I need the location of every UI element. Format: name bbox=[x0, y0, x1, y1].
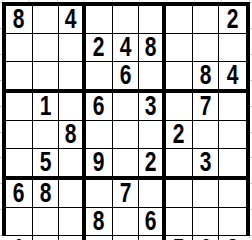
sudoku-cell[interactable] bbox=[33, 62, 60, 93]
sudoku-cell[interactable] bbox=[166, 34, 193, 62]
given-digit: 6 bbox=[120, 62, 132, 89]
given-digit: 4 bbox=[120, 34, 132, 61]
sudoku-cell[interactable] bbox=[59, 93, 86, 121]
sudoku-cell[interactable] bbox=[113, 93, 140, 121]
given-digit: 8 bbox=[13, 6, 25, 33]
given-digit: 3 bbox=[145, 93, 157, 120]
sudoku-cell[interactable] bbox=[33, 236, 60, 240]
sudoku-cell[interactable]: 4 bbox=[113, 34, 140, 62]
given-digit: 1 bbox=[13, 236, 25, 240]
sudoku-cell[interactable]: 4 bbox=[219, 62, 246, 93]
sudoku-cell[interactable] bbox=[6, 34, 33, 62]
sudoku-cell[interactable] bbox=[6, 149, 33, 180]
given-digit: 8 bbox=[40, 180, 52, 207]
given-digit: 5 bbox=[40, 149, 52, 176]
sudoku-cell[interactable] bbox=[59, 236, 86, 240]
sudoku-cell[interactable]: 2 bbox=[219, 6, 246, 34]
given-digit: 2 bbox=[93, 34, 105, 61]
sudoku-cell[interactable] bbox=[139, 6, 166, 34]
sudoku-cell[interactable]: 1 bbox=[6, 236, 33, 240]
given-digit: 8 bbox=[145, 34, 157, 61]
sudoku-cell[interactable] bbox=[139, 180, 166, 208]
sudoku-cell[interactable]: 5 bbox=[33, 149, 60, 180]
sudoku-cell[interactable] bbox=[139, 236, 166, 240]
sudoku-cell[interactable]: 6 bbox=[113, 62, 140, 93]
sudoku-cell[interactable]: 1 bbox=[33, 93, 60, 121]
sudoku-cell[interactable] bbox=[33, 34, 60, 62]
sudoku-cell[interactable] bbox=[33, 121, 60, 149]
sudoku-cell[interactable] bbox=[59, 180, 86, 208]
sudoku-cell[interactable]: 8 bbox=[219, 236, 246, 240]
sudoku-cell[interactable] bbox=[33, 6, 60, 34]
sudoku-cell[interactable] bbox=[33, 208, 60, 236]
sudoku-cell[interactable] bbox=[113, 149, 140, 180]
sudoku-cell[interactable] bbox=[219, 149, 246, 180]
sudoku-cell[interactable] bbox=[219, 180, 246, 208]
given-digit: 2 bbox=[173, 121, 185, 148]
sudoku-cell[interactable] bbox=[193, 180, 220, 208]
sudoku-cell[interactable]: 8 bbox=[59, 121, 86, 149]
sudoku-cell[interactable] bbox=[86, 6, 113, 34]
sudoku-cell[interactable] bbox=[193, 6, 220, 34]
sudoku-cell[interactable] bbox=[6, 208, 33, 236]
given-digit: 7 bbox=[200, 93, 212, 120]
sudoku-cell[interactable] bbox=[113, 6, 140, 34]
sudoku-cell[interactable]: 4 bbox=[59, 6, 86, 34]
sudoku-cell[interactable] bbox=[166, 149, 193, 180]
sudoku-cell[interactable] bbox=[193, 34, 220, 62]
given-digit: 8 bbox=[200, 62, 212, 89]
given-digit: 6 bbox=[13, 180, 25, 207]
sudoku-cell[interactable]: 8 bbox=[6, 6, 33, 34]
sudoku-cell[interactable] bbox=[193, 208, 220, 236]
given-digit: 3 bbox=[200, 149, 212, 176]
sudoku-cell[interactable]: 3 bbox=[139, 93, 166, 121]
sudoku-cell[interactable] bbox=[86, 62, 113, 93]
sheet-gridline-ticks-top bbox=[2, 0, 250, 1]
given-digit: 8 bbox=[93, 208, 105, 235]
given-digit: 5 bbox=[173, 236, 185, 240]
sudoku-cell[interactable]: 3 bbox=[193, 149, 220, 180]
given-digit: 8 bbox=[227, 236, 239, 240]
sudoku-cell[interactable]: 6 bbox=[193, 236, 220, 240]
sudoku-cell[interactable]: 8 bbox=[86, 208, 113, 236]
sudoku-cell[interactable]: 6 bbox=[139, 208, 166, 236]
given-digit: 6 bbox=[145, 208, 157, 235]
given-digit: 1 bbox=[40, 93, 52, 120]
sudoku-board: 8422486841637825923687861568 bbox=[2, 2, 250, 236]
sudoku-cell[interactable] bbox=[219, 208, 246, 236]
sudoku-cell[interactable] bbox=[86, 180, 113, 208]
given-digit: 4 bbox=[65, 6, 77, 33]
sudoku-cell[interactable]: 2 bbox=[86, 34, 113, 62]
sudoku-cell[interactable] bbox=[86, 121, 113, 149]
sudoku-cell[interactable] bbox=[6, 93, 33, 121]
sudoku-cell[interactable] bbox=[193, 121, 220, 149]
sudoku-cell[interactable] bbox=[113, 236, 140, 240]
sudoku-cell[interactable] bbox=[59, 149, 86, 180]
sheet-gridline-ticks-right bbox=[250, 2, 252, 236]
sudoku-cell[interactable] bbox=[59, 62, 86, 93]
sudoku-screenshot: 8422486841637825923687861568 bbox=[0, 0, 252, 240]
given-digit: 6 bbox=[200, 236, 212, 240]
sudoku-cell[interactable] bbox=[139, 62, 166, 93]
given-digit: 4 bbox=[227, 62, 239, 89]
sudoku-cell[interactable] bbox=[166, 180, 193, 208]
given-digit: 2 bbox=[227, 6, 239, 33]
given-digit: 9 bbox=[93, 149, 105, 176]
sudoku-cell[interactable]: 5 bbox=[166, 236, 193, 240]
sudoku-cell[interactable] bbox=[6, 62, 33, 93]
sudoku-cell[interactable] bbox=[59, 34, 86, 62]
given-digit: 7 bbox=[120, 180, 132, 207]
sudoku-cell[interactable] bbox=[166, 93, 193, 121]
sudoku-cell[interactable]: 7 bbox=[193, 93, 220, 121]
sudoku-cell[interactable]: 8 bbox=[33, 180, 60, 208]
given-digit: 6 bbox=[93, 93, 105, 120]
sudoku-cell[interactable] bbox=[219, 121, 246, 149]
sudoku-cell[interactable]: 6 bbox=[6, 180, 33, 208]
sudoku-cell[interactable] bbox=[166, 62, 193, 93]
sudoku-cell[interactable] bbox=[219, 34, 246, 62]
sudoku-cell[interactable]: 8 bbox=[139, 34, 166, 62]
sudoku-cell[interactable] bbox=[113, 208, 140, 236]
given-digit: 8 bbox=[65, 121, 77, 148]
sudoku-cell[interactable] bbox=[59, 208, 86, 236]
sudoku-cell[interactable] bbox=[139, 121, 166, 149]
sudoku-cell[interactable] bbox=[113, 121, 140, 149]
sudoku-cell[interactable]: 8 bbox=[193, 62, 220, 93]
sudoku-cell[interactable]: 7 bbox=[113, 180, 140, 208]
sudoku-cell[interactable] bbox=[86, 236, 113, 240]
sudoku-cell[interactable] bbox=[166, 6, 193, 34]
sudoku-cell[interactable]: 2 bbox=[166, 121, 193, 149]
sudoku-cell[interactable] bbox=[219, 93, 246, 121]
sudoku-cell[interactable]: 2 bbox=[139, 149, 166, 180]
sudoku-cell[interactable] bbox=[166, 208, 193, 236]
sudoku-cell[interactable] bbox=[6, 121, 33, 149]
given-digit: 2 bbox=[145, 149, 157, 176]
sudoku-cell[interactable]: 6 bbox=[86, 93, 113, 121]
sudoku-cell[interactable]: 9 bbox=[86, 149, 113, 180]
